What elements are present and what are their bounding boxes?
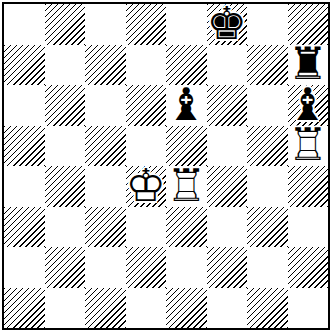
square-f4[interactable] — [207, 166, 248, 207]
square-e4[interactable]: ♜♖ — [166, 166, 207, 207]
square-g8[interactable] — [247, 4, 288, 45]
square-f8[interactable]: ♚♚ — [207, 4, 248, 45]
square-f1[interactable] — [207, 288, 248, 329]
square-c3[interactable] — [85, 207, 126, 248]
chess-diagram: ♚♚♜♜♝♝♝♝♜♖♚♔♜♖ — [0, 0, 332, 332]
rook-silhouette-mask: ♜ — [166, 165, 207, 206]
piece-black-king-f8: ♚♚ — [207, 4, 248, 45]
square-c7[interactable] — [85, 45, 126, 86]
square-e7[interactable] — [166, 45, 207, 86]
rook-silhouette-mask: ♜ — [288, 44, 329, 85]
square-h6[interactable]: ♝♝ — [288, 85, 329, 126]
square-f5[interactable] — [207, 126, 248, 167]
square-h2[interactable] — [288, 247, 329, 288]
square-d6[interactable] — [126, 85, 167, 126]
piece-white-rook-e4: ♜♖ — [166, 166, 207, 207]
black-bishop-icon: ♝ — [166, 84, 207, 125]
black-king-icon: ♚ — [207, 3, 248, 44]
square-a2[interactable] — [4, 247, 45, 288]
piece-black-bishop-h6: ♝♝ — [288, 85, 329, 126]
board-frame: ♚♚♜♜♝♝♝♝♜♖♚♔♜♖ — [2, 2, 330, 330]
square-a4[interactable] — [4, 166, 45, 207]
square-f2[interactable] — [207, 247, 248, 288]
square-d8[interactable] — [126, 4, 167, 45]
bishop-silhouette-mask: ♝ — [288, 84, 329, 125]
square-a7[interactable] — [4, 45, 45, 86]
square-f6[interactable] — [207, 85, 248, 126]
square-g5[interactable] — [247, 126, 288, 167]
square-g3[interactable] — [247, 207, 288, 248]
square-b4[interactable] — [45, 166, 86, 207]
square-d4[interactable]: ♚♔ — [126, 166, 167, 207]
square-b5[interactable] — [45, 126, 86, 167]
square-d2[interactable] — [126, 247, 167, 288]
square-f7[interactable] — [207, 45, 248, 86]
square-d1[interactable] — [126, 288, 167, 329]
white-rook-icon: ♖ — [166, 165, 207, 206]
square-a6[interactable] — [4, 85, 45, 126]
square-c8[interactable] — [85, 4, 126, 45]
black-rook-icon: ♜ — [288, 44, 329, 85]
square-h4[interactable] — [288, 166, 329, 207]
square-e5[interactable] — [166, 126, 207, 167]
square-h5[interactable]: ♜♖ — [288, 126, 329, 167]
square-e1[interactable] — [166, 288, 207, 329]
square-c5[interactable] — [85, 126, 126, 167]
square-c4[interactable] — [85, 166, 126, 207]
piece-white-rook-h5: ♜♖ — [288, 126, 329, 167]
square-g2[interactable] — [247, 247, 288, 288]
square-a1[interactable] — [4, 288, 45, 329]
square-h8[interactable] — [288, 4, 329, 45]
chess-board: ♚♚♜♜♝♝♝♝♜♖♚♔♜♖ — [4, 4, 328, 328]
king-silhouette-mask: ♚ — [207, 3, 248, 44]
black-bishop-icon: ♝ — [288, 84, 329, 125]
square-e2[interactable] — [166, 247, 207, 288]
piece-white-king-d4: ♚♔ — [126, 166, 167, 207]
square-b8[interactable] — [45, 4, 86, 45]
white-king-icon: ♔ — [126, 165, 167, 206]
square-h7[interactable]: ♜♜ — [288, 45, 329, 86]
square-b2[interactable] — [45, 247, 86, 288]
square-f3[interactable] — [207, 207, 248, 248]
king-silhouette-mask: ♚ — [126, 165, 167, 206]
square-e6[interactable]: ♝♝ — [166, 85, 207, 126]
square-h1[interactable] — [288, 288, 329, 329]
square-c1[interactable] — [85, 288, 126, 329]
square-d7[interactable] — [126, 45, 167, 86]
square-h3[interactable] — [288, 207, 329, 248]
square-b6[interactable] — [45, 85, 86, 126]
square-d3[interactable] — [126, 207, 167, 248]
square-e3[interactable] — [166, 207, 207, 248]
square-g7[interactable] — [247, 45, 288, 86]
piece-black-bishop-e6: ♝♝ — [166, 85, 207, 126]
square-b7[interactable] — [45, 45, 86, 86]
square-e8[interactable] — [166, 4, 207, 45]
square-a8[interactable] — [4, 4, 45, 45]
square-b1[interactable] — [45, 288, 86, 329]
square-c6[interactable] — [85, 85, 126, 126]
square-a5[interactable] — [4, 126, 45, 167]
square-g1[interactable] — [247, 288, 288, 329]
bishop-silhouette-mask: ♝ — [166, 84, 207, 125]
square-g6[interactable] — [247, 85, 288, 126]
square-b3[interactable] — [45, 207, 86, 248]
square-a3[interactable] — [4, 207, 45, 248]
square-c2[interactable] — [85, 247, 126, 288]
rook-silhouette-mask: ♜ — [288, 125, 329, 166]
square-g4[interactable] — [247, 166, 288, 207]
piece-black-rook-h7: ♜♜ — [288, 45, 329, 86]
square-d5[interactable] — [126, 126, 167, 167]
white-rook-icon: ♖ — [288, 125, 329, 166]
